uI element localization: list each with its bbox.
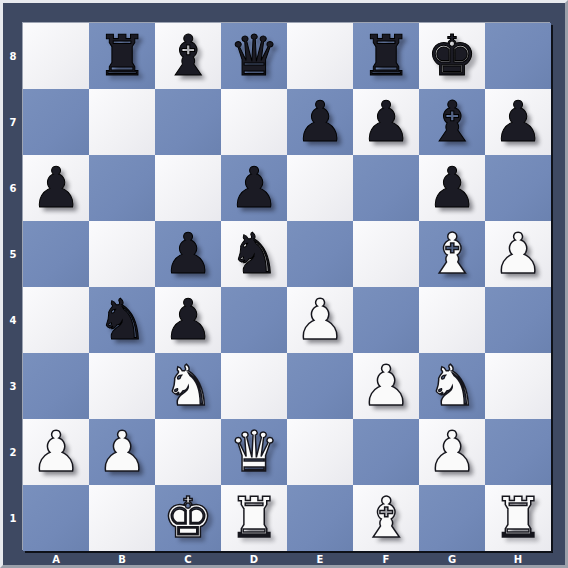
- square-g7[interactable]: ♝: [419, 89, 485, 155]
- rank-label-3: 3: [5, 353, 21, 419]
- square-e6[interactable]: [287, 155, 353, 221]
- square-b7[interactable]: [89, 89, 155, 155]
- piece-white-rook[interactable]: ♜: [493, 485, 543, 551]
- square-b6[interactable]: [89, 155, 155, 221]
- square-h5[interactable]: ♟: [485, 221, 551, 287]
- square-f1[interactable]: ♝: [353, 485, 419, 551]
- square-b3[interactable]: [89, 353, 155, 419]
- piece-black-pawn[interactable]: ♟: [493, 89, 543, 155]
- file-labels: ABCDEFGH: [23, 551, 551, 567]
- square-c8[interactable]: ♝: [155, 23, 221, 89]
- square-d7[interactable]: [221, 89, 287, 155]
- square-g6[interactable]: ♟: [419, 155, 485, 221]
- square-f5[interactable]: [353, 221, 419, 287]
- square-c3[interactable]: ♞: [155, 353, 221, 419]
- square-f7[interactable]: ♟: [353, 89, 419, 155]
- square-a7[interactable]: [23, 89, 89, 155]
- rank-label-2: 2: [5, 419, 21, 485]
- piece-black-pawn[interactable]: ♟: [163, 287, 213, 353]
- square-a2[interactable]: ♟: [23, 419, 89, 485]
- square-b2[interactable]: ♟: [89, 419, 155, 485]
- rank-labels: 87654321: [5, 23, 21, 551]
- square-c6[interactable]: [155, 155, 221, 221]
- square-f2[interactable]: [353, 419, 419, 485]
- square-b5[interactable]: [89, 221, 155, 287]
- square-f3[interactable]: ♟: [353, 353, 419, 419]
- square-e1[interactable]: [287, 485, 353, 551]
- square-g3[interactable]: ♞: [419, 353, 485, 419]
- piece-black-rook[interactable]: ♜: [97, 23, 147, 89]
- piece-black-queen[interactable]: ♛: [229, 23, 279, 89]
- square-a8[interactable]: [23, 23, 89, 89]
- square-a5[interactable]: [23, 221, 89, 287]
- piece-black-bishop[interactable]: ♝: [163, 23, 213, 89]
- piece-black-rook[interactable]: ♜: [361, 23, 411, 89]
- piece-white-pawn[interactable]: ♟: [493, 221, 543, 287]
- square-b8[interactable]: ♜: [89, 23, 155, 89]
- square-h3[interactable]: [485, 353, 551, 419]
- square-b4[interactable]: ♞: [89, 287, 155, 353]
- square-g1[interactable]: [419, 485, 485, 551]
- file-label-f: F: [353, 551, 419, 567]
- piece-white-pawn[interactable]: ♟: [361, 353, 411, 419]
- piece-black-pawn[interactable]: ♟: [361, 89, 411, 155]
- rank-label-1: 1: [5, 485, 21, 551]
- square-h4[interactable]: [485, 287, 551, 353]
- square-h2[interactable]: [485, 419, 551, 485]
- rank-label-4: 4: [5, 287, 21, 353]
- piece-white-knight[interactable]: ♞: [427, 353, 477, 419]
- square-e2[interactable]: [287, 419, 353, 485]
- square-d1[interactable]: ♜: [221, 485, 287, 551]
- piece-white-pawn[interactable]: ♟: [427, 419, 477, 485]
- file-label-c: C: [155, 551, 221, 567]
- file-label-a: A: [23, 551, 89, 567]
- piece-black-bishop[interactable]: ♝: [427, 89, 477, 155]
- chess-board[interactable]: ♜♝♛♜♚♟♟♝♟♟♟♟♟♞♝♟♞♟♟♞♟♞♟♟♛♟♚♜♝♜: [23, 23, 551, 551]
- window-frame: 87654321 ♜♝♛♜♚♟♟♝♟♟♟♟♟♞♝♟♞♟♟♞♟♞♟♟♛♟♚♜♝♜ …: [0, 0, 568, 568]
- square-g5[interactable]: ♝: [419, 221, 485, 287]
- piece-white-pawn[interactable]: ♟: [97, 419, 147, 485]
- piece-black-knight[interactable]: ♞: [229, 221, 279, 287]
- square-c1[interactable]: ♚: [155, 485, 221, 551]
- square-h7[interactable]: ♟: [485, 89, 551, 155]
- piece-black-pawn[interactable]: ♟: [295, 89, 345, 155]
- square-h1[interactable]: ♜: [485, 485, 551, 551]
- piece-black-pawn[interactable]: ♟: [229, 155, 279, 221]
- file-label-e: E: [287, 551, 353, 567]
- piece-white-rook[interactable]: ♜: [229, 485, 279, 551]
- file-label-h: H: [485, 551, 551, 567]
- square-g4[interactable]: [419, 287, 485, 353]
- square-d4[interactable]: [221, 287, 287, 353]
- square-c2[interactable]: [155, 419, 221, 485]
- piece-white-king[interactable]: ♚: [163, 485, 213, 551]
- rank-label-6: 6: [5, 155, 21, 221]
- piece-black-king[interactable]: ♚: [427, 23, 477, 89]
- square-e4[interactable]: ♟: [287, 287, 353, 353]
- square-f4[interactable]: [353, 287, 419, 353]
- square-f6[interactable]: [353, 155, 419, 221]
- rank-label-8: 8: [5, 23, 21, 89]
- square-d5[interactable]: ♞: [221, 221, 287, 287]
- file-label-g: G: [419, 551, 485, 567]
- piece-black-pawn[interactable]: ♟: [427, 155, 477, 221]
- piece-white-pawn[interactable]: ♟: [31, 419, 81, 485]
- square-h6[interactable]: [485, 155, 551, 221]
- square-e7[interactable]: ♟: [287, 89, 353, 155]
- rank-label-7: 7: [5, 89, 21, 155]
- piece-white-queen[interactable]: ♛: [229, 419, 279, 485]
- rank-label-5: 5: [5, 221, 21, 287]
- square-c7[interactable]: [155, 89, 221, 155]
- square-a1[interactable]: [23, 485, 89, 551]
- square-a3[interactable]: [23, 353, 89, 419]
- square-d2[interactable]: ♛: [221, 419, 287, 485]
- file-label-d: D: [221, 551, 287, 567]
- piece-white-bishop[interactable]: ♝: [427, 221, 477, 287]
- piece-black-pawn[interactable]: ♟: [31, 155, 81, 221]
- square-d6[interactable]: ♟: [221, 155, 287, 221]
- file-label-b: B: [89, 551, 155, 567]
- square-e5[interactable]: [287, 221, 353, 287]
- square-d8[interactable]: ♛: [221, 23, 287, 89]
- piece-white-pawn[interactable]: ♟: [295, 287, 345, 353]
- square-b1[interactable]: [89, 485, 155, 551]
- square-d3[interactable]: [221, 353, 287, 419]
- square-c4[interactable]: ♟: [155, 287, 221, 353]
- square-e3[interactable]: [287, 353, 353, 419]
- piece-black-knight[interactable]: ♞: [97, 287, 147, 353]
- square-a6[interactable]: ♟: [23, 155, 89, 221]
- piece-white-bishop[interactable]: ♝: [361, 485, 411, 551]
- piece-white-knight[interactable]: ♞: [163, 353, 213, 419]
- square-g8[interactable]: ♚: [419, 23, 485, 89]
- square-f8[interactable]: ♜: [353, 23, 419, 89]
- piece-black-pawn[interactable]: ♟: [163, 221, 213, 287]
- square-h8[interactable]: [485, 23, 551, 89]
- square-g2[interactable]: ♟: [419, 419, 485, 485]
- square-e8[interactable]: [287, 23, 353, 89]
- square-a4[interactable]: [23, 287, 89, 353]
- square-c5[interactable]: ♟: [155, 221, 221, 287]
